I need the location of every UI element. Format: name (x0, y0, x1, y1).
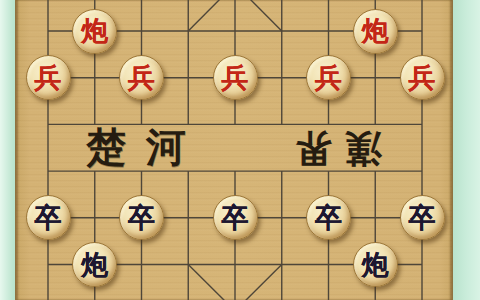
piece-black-soldier[interactable]: 卒 (119, 195, 164, 240)
piece-red-cannon[interactable]: 炮 (72, 9, 117, 54)
piece-black-soldier[interactable]: 卒 (306, 195, 351, 240)
xiangqi-board[interactable]: 楚河 漢界 炮炮兵兵兵兵兵卒卒卒卒卒炮炮 (15, 0, 453, 300)
river-label-han-jie: 漢界 (278, 126, 382, 172)
piece-black-cannon[interactable]: 炮 (353, 242, 398, 287)
piece-red-soldier[interactable]: 兵 (213, 55, 258, 100)
piece-red-soldier[interactable]: 兵 (400, 55, 445, 100)
xiangqi-app: 楚河 漢界 炮炮兵兵兵兵兵卒卒卒卒卒炮炮 (0, 0, 480, 300)
piece-red-soldier[interactable]: 兵 (119, 55, 164, 100)
piece-black-soldier[interactable]: 卒 (400, 195, 445, 240)
piece-red-soldier[interactable]: 兵 (306, 55, 351, 100)
piece-red-cannon[interactable]: 炮 (353, 9, 398, 54)
piece-black-cannon[interactable]: 炮 (72, 242, 117, 287)
piece-black-soldier[interactable]: 卒 (26, 195, 71, 240)
piece-red-soldier[interactable]: 兵 (26, 55, 71, 100)
river-label-chu-he: 楚河 (86, 124, 206, 170)
piece-black-soldier[interactable]: 卒 (213, 195, 258, 240)
